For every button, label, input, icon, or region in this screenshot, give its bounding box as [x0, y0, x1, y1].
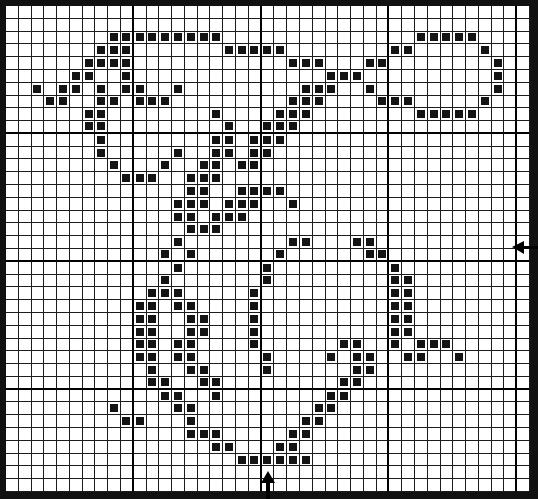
grid-cell: [287, 428, 300, 441]
stitch-square: [97, 59, 105, 67]
stitch-square: [187, 366, 195, 374]
grid-cell: [338, 172, 351, 185]
grid-cell: [428, 275, 441, 288]
grid-cell: [172, 211, 185, 224]
grid-cell: [57, 428, 70, 441]
stitch-square: [238, 161, 246, 169]
stitch-square: [378, 59, 386, 67]
grid-cell: [210, 390, 223, 403]
grid-cell: [108, 83, 121, 96]
grid-cell: [121, 326, 134, 339]
grid-cell: [159, 32, 172, 45]
grid-cell: [83, 454, 96, 467]
grid-cell: [210, 172, 223, 185]
grid-cell: [249, 159, 262, 172]
grid-cell: [121, 185, 134, 198]
stitch-square: [174, 213, 182, 221]
grid-cell: [517, 57, 530, 70]
grid-cell: [44, 339, 57, 352]
grid-cell: [172, 44, 185, 57]
grid-cell: [364, 198, 377, 211]
grid-cell: [453, 364, 466, 377]
grid-cell: [32, 262, 45, 275]
grid-cell: [19, 402, 32, 415]
grid-cell: [159, 479, 172, 492]
stitch-square: [161, 392, 169, 400]
grid-cell: [172, 121, 185, 134]
grid-cell: [504, 415, 517, 428]
grid-cell: [453, 236, 466, 249]
stitch-square: [366, 250, 374, 258]
stitch-square: [187, 404, 195, 412]
stitch-square: [404, 97, 412, 105]
grid-cell: [326, 466, 339, 479]
stitch-square: [212, 149, 220, 157]
grid-cell: [504, 466, 517, 479]
grid-cell: [147, 70, 160, 83]
grid-cell: [287, 300, 300, 313]
grid-cell: [108, 415, 121, 428]
grid-cell: [453, 339, 466, 352]
grid-cell: [274, 44, 287, 57]
grid-cell: [300, 57, 313, 70]
grid-cell: [402, 57, 415, 70]
grid-cell: [492, 159, 505, 172]
grid-cell: [19, 364, 32, 377]
grid-cell: [32, 402, 45, 415]
grid-cell: [223, 262, 236, 275]
grid-cell: [121, 236, 134, 249]
grid-cell: [121, 339, 134, 352]
grid-cell: [198, 236, 211, 249]
grid-cell: [338, 19, 351, 32]
grid-cell: [6, 339, 19, 352]
grid-cell: [428, 211, 441, 224]
grid-cell: [134, 377, 147, 390]
grid-cell: [121, 377, 134, 390]
grid-cell: [95, 466, 108, 479]
grid-cell: [83, 441, 96, 454]
grid-cell: [338, 236, 351, 249]
grid-cell: [223, 275, 236, 288]
grid-cell: [389, 185, 402, 198]
grid-cell: [402, 313, 415, 326]
grid-cell: [70, 172, 83, 185]
grid-cell: [172, 134, 185, 147]
grid-cell: [517, 377, 530, 390]
grid-cell: [32, 19, 45, 32]
stitch-square: [148, 353, 156, 361]
grid-cell: [223, 172, 236, 185]
grid-cell: [428, 428, 441, 441]
grid-cell: [134, 134, 147, 147]
grid-cell: [147, 211, 160, 224]
grid-cell: [262, 134, 275, 147]
grid-cell: [172, 172, 185, 185]
grid-cell: [6, 415, 19, 428]
grid-cell: [70, 377, 83, 390]
grid-cell: [274, 32, 287, 45]
grid-cell: [466, 44, 479, 57]
grid-cell: [492, 236, 505, 249]
grid-cell: [453, 96, 466, 109]
grid-cell: [185, 70, 198, 83]
grid-cell: [326, 19, 339, 32]
grid-cell: [453, 198, 466, 211]
grid-cell: [338, 364, 351, 377]
grid-cell: [262, 70, 275, 83]
grid-cell: [95, 364, 108, 377]
grid-cell: [274, 70, 287, 83]
grid-cell: [6, 390, 19, 403]
grid-cell: [223, 364, 236, 377]
grid-cell: [415, 339, 428, 352]
stitch-square: [161, 97, 169, 105]
stitch-square: [327, 353, 335, 361]
arrow-head: [512, 241, 524, 254]
stitch-square: [250, 456, 258, 464]
grid-cell: [428, 236, 441, 249]
stitch-square: [353, 353, 361, 361]
grid-cell: [441, 134, 454, 147]
grid-cell: [70, 287, 83, 300]
grid-cell: [210, 6, 223, 19]
stitch-square: [200, 33, 208, 41]
grid-cell: [83, 211, 96, 224]
stitch-square: [250, 328, 258, 336]
grid-cell: [210, 466, 223, 479]
grid-cell: [19, 249, 32, 262]
arrow-shaft: [522, 246, 538, 249]
grid-cell: [326, 249, 339, 262]
stitch-square: [481, 46, 489, 54]
grid-cell: [338, 415, 351, 428]
grid-cell: [338, 275, 351, 288]
grid-cell: [479, 83, 492, 96]
grid-cell: [377, 454, 390, 467]
grid-cell: [121, 300, 134, 313]
grid-cell: [274, 236, 287, 249]
grid-cell: [236, 275, 249, 288]
grid-cell: [185, 441, 198, 454]
grid-cell: [492, 57, 505, 70]
stitch-square: [33, 85, 41, 93]
grid-cell: [70, 108, 83, 121]
grid-cell: [6, 236, 19, 249]
grid-cell: [504, 454, 517, 467]
grid-cell: [57, 313, 70, 326]
grid-cell: [326, 108, 339, 121]
grid-cell: [57, 415, 70, 428]
grid-cell: [249, 326, 262, 339]
grid-cell: [44, 364, 57, 377]
grid-cell: [19, 96, 32, 109]
grid-cell: [32, 57, 45, 70]
grid-cell: [83, 313, 96, 326]
grid-cell: [32, 390, 45, 403]
grid-cell: [44, 415, 57, 428]
grid-cell: [428, 83, 441, 96]
grid-cell: [185, 57, 198, 70]
grid-cell: [364, 454, 377, 467]
grid-cell: [95, 441, 108, 454]
grid-cell: [134, 390, 147, 403]
grid-cell: [210, 44, 223, 57]
grid-cell: [134, 262, 147, 275]
grid-cell: [415, 96, 428, 109]
grid-cell: [453, 351, 466, 364]
grid-cell: [210, 96, 223, 109]
grid-cell: [313, 275, 326, 288]
stitch-square: [174, 238, 182, 246]
grid-cell: [326, 44, 339, 57]
grid-cell: [95, 147, 108, 160]
grid-cell: [108, 236, 121, 249]
grid-cell: [32, 108, 45, 121]
stitch-square: [468, 33, 476, 41]
grid-cell: [492, 211, 505, 224]
grid-cell: [198, 57, 211, 70]
grid-cell: [274, 339, 287, 352]
grid-cell: [95, 108, 108, 121]
stitch-square: [174, 149, 182, 157]
grid-cell: [517, 134, 530, 147]
grid-cell: [70, 6, 83, 19]
stitch-square: [302, 110, 310, 118]
grid-cell: [121, 454, 134, 467]
grid-cell: [338, 351, 351, 364]
grid-cell: [274, 287, 287, 300]
stitch-square: [494, 72, 502, 80]
stitch-square: [97, 46, 105, 54]
grid-cell: [453, 211, 466, 224]
grid-cell: [389, 121, 402, 134]
grid-cell: [377, 287, 390, 300]
grid-cell: [236, 44, 249, 57]
grid-cell: [313, 428, 326, 441]
grid-cell: [198, 377, 211, 390]
grid-cell: [479, 108, 492, 121]
grid-cell: [479, 466, 492, 479]
grid-cell: [402, 262, 415, 275]
grid-cell: [504, 70, 517, 83]
pattern-grid: [6, 6, 530, 492]
grid-cell: [210, 159, 223, 172]
grid-cell: [517, 223, 530, 236]
grid-cell: [236, 83, 249, 96]
grid-cell: [274, 479, 287, 492]
grid-cell: [313, 249, 326, 262]
grid-cell: [504, 275, 517, 288]
grid-cell: [108, 159, 121, 172]
grid-cell: [210, 339, 223, 352]
grid-cell: [364, 402, 377, 415]
grid-cell: [415, 211, 428, 224]
grid-cell: [147, 287, 160, 300]
grid-cell: [185, 466, 198, 479]
grid-cell: [492, 198, 505, 211]
stitch-square: [136, 353, 144, 361]
grid-cell: [57, 402, 70, 415]
grid-cell: [6, 108, 19, 121]
grid-cell: [300, 134, 313, 147]
grid-cell: [249, 96, 262, 109]
grid-cell: [6, 57, 19, 70]
grid-cell: [95, 249, 108, 262]
stitch-square: [442, 340, 450, 348]
grid-cell: [249, 466, 262, 479]
grid-cell: [185, 185, 198, 198]
grid-cell: [44, 454, 57, 467]
grid-cell: [377, 121, 390, 134]
grid-cell: [517, 96, 530, 109]
grid-cell: [83, 287, 96, 300]
grid-cell: [44, 402, 57, 415]
grid-cell: [32, 44, 45, 57]
grid-cell: [377, 415, 390, 428]
grid-cell: [517, 402, 530, 415]
grid-cell: [83, 19, 96, 32]
stitch-square: [174, 33, 182, 41]
grid-cell: [236, 351, 249, 364]
grid-cell: [274, 275, 287, 288]
grid-cell: [338, 32, 351, 45]
stitch-square: [187, 353, 195, 361]
grid-cell: [172, 428, 185, 441]
grid-cell: [19, 454, 32, 467]
grid-cell: [249, 121, 262, 134]
grid-cell: [313, 339, 326, 352]
grid-cell: [57, 96, 70, 109]
stitch-square: [263, 264, 271, 272]
grid-cell: [147, 44, 160, 57]
stitch-square: [161, 289, 169, 297]
grid-cell: [249, 441, 262, 454]
grid-cell: [504, 6, 517, 19]
grid-cell: [517, 172, 530, 185]
grid-cell: [300, 428, 313, 441]
grid-cell: [172, 96, 185, 109]
grid-cell: [44, 479, 57, 492]
grid-cell: [415, 402, 428, 415]
grid-cell: [504, 390, 517, 403]
grid-cell: [134, 121, 147, 134]
stitch-square: [148, 340, 156, 348]
grid-cell: [57, 287, 70, 300]
grid-cell: [504, 159, 517, 172]
grid-cell: [351, 44, 364, 57]
grid-cell: [441, 198, 454, 211]
grid-cell: [172, 287, 185, 300]
grid-cell: [185, 454, 198, 467]
grid-cell: [274, 147, 287, 160]
grid-cell: [19, 134, 32, 147]
grid-cell: [70, 479, 83, 492]
grid-cell: [402, 185, 415, 198]
grid-cell: [159, 287, 172, 300]
grid-cell: [19, 32, 32, 45]
grid-cell: [287, 479, 300, 492]
grid-cell: [95, 479, 108, 492]
stitch-square: [161, 33, 169, 41]
grid-cell: [402, 96, 415, 109]
grid-cell: [236, 108, 249, 121]
grid-cell: [83, 108, 96, 121]
grid-cell: [95, 454, 108, 467]
grid-cell: [6, 275, 19, 288]
grid-cell: [32, 172, 45, 185]
grid-cell: [57, 83, 70, 96]
grid-cell: [249, 211, 262, 224]
grid-cell: [338, 83, 351, 96]
grid-cell: [108, 198, 121, 211]
grid-cell: [274, 454, 287, 467]
grid-cell: [492, 6, 505, 19]
grid-cell: [262, 6, 275, 19]
grid-cell: [236, 300, 249, 313]
grid-cell: [134, 223, 147, 236]
stitch-square: [174, 404, 182, 412]
grid-cell: [479, 326, 492, 339]
grid-cell: [172, 441, 185, 454]
grid-cell: [453, 377, 466, 390]
grid-cell: [313, 364, 326, 377]
grid-cell: [517, 313, 530, 326]
grid-cell: [249, 108, 262, 121]
grid-cell: [287, 70, 300, 83]
stitch-square: [110, 46, 118, 54]
grid-cell: [504, 351, 517, 364]
grid-cell: [262, 351, 275, 364]
grid-cell: [83, 57, 96, 70]
grid-cell: [364, 236, 377, 249]
grid-cell: [44, 262, 57, 275]
grid-cell: [70, 32, 83, 45]
grid-cell: [466, 428, 479, 441]
grid-cell: [147, 275, 160, 288]
stitch-square: [136, 174, 144, 182]
grid-cell: [147, 364, 160, 377]
grid-cell: [492, 223, 505, 236]
grid-cell: [262, 159, 275, 172]
grid-cell: [83, 134, 96, 147]
grid-cell: [210, 134, 223, 147]
grid-cell: [364, 466, 377, 479]
grid-cell: [19, 6, 32, 19]
grid-cell: [198, 262, 211, 275]
grid-cell: [172, 83, 185, 96]
grid-cell: [326, 441, 339, 454]
grid-cell: [223, 159, 236, 172]
grid-cell: [300, 6, 313, 19]
grid-cell: [172, 6, 185, 19]
grid-cell: [223, 454, 236, 467]
stitch-square: [391, 264, 399, 272]
grid-cell: [6, 96, 19, 109]
grid-cell: [57, 351, 70, 364]
grid-cell: [185, 236, 198, 249]
grid-cell: [70, 249, 83, 262]
grid-cell: [159, 364, 172, 377]
grid-cell: [172, 364, 185, 377]
grid-cell: [236, 236, 249, 249]
grid-cell: [274, 300, 287, 313]
grid-cell: [415, 185, 428, 198]
grid-cell: [32, 83, 45, 96]
grid-cell: [236, 6, 249, 19]
grid-cell: [172, 159, 185, 172]
grid-cell: [402, 223, 415, 236]
